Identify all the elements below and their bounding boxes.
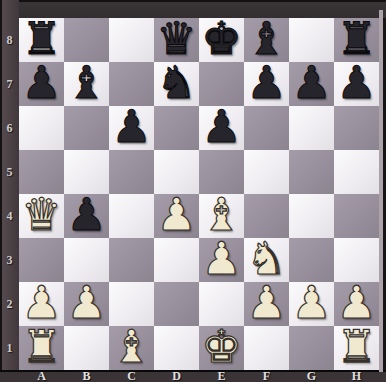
square-g5[interactable] <box>289 150 334 194</box>
black-knight[interactable]: ♞ <box>156 61 196 105</box>
rank-label-4: 4 <box>0 194 19 238</box>
rank-label-3: 3 <box>0 238 19 282</box>
file-label-d: D <box>154 371 199 382</box>
square-f7[interactable]: ♟ <box>244 62 289 106</box>
file-label-b: B <box>64 371 109 382</box>
square-g2[interactable]: ♟ <box>289 282 334 326</box>
board-frame-right-edge <box>379 10 383 372</box>
square-a4[interactable]: ♛ <box>19 194 64 238</box>
black-bishop[interactable]: ♝ <box>246 17 286 61</box>
square-b4[interactable]: ♟ <box>64 194 109 238</box>
square-b2[interactable]: ♟ <box>64 282 109 326</box>
square-h6[interactable] <box>334 106 379 150</box>
white-bishop[interactable]: ♝ <box>111 325 151 369</box>
square-e3[interactable]: ♟ <box>199 238 244 282</box>
rank-label-1: 1 <box>0 326 19 370</box>
square-d4[interactable]: ♟ <box>154 194 199 238</box>
white-rook[interactable]: ♜ <box>21 325 61 369</box>
black-pawn[interactable]: ♟ <box>336 61 376 105</box>
black-bishop[interactable]: ♝ <box>66 61 106 105</box>
black-pawn[interactable]: ♟ <box>291 61 331 105</box>
black-pawn[interactable]: ♟ <box>66 193 106 237</box>
square-g6[interactable] <box>289 106 334 150</box>
black-pawn[interactable]: ♟ <box>201 105 241 149</box>
square-a1[interactable]: ♜ <box>19 326 64 370</box>
square-e1[interactable]: ♚ <box>199 326 244 370</box>
file-label-a: A <box>19 371 64 382</box>
file-label-h: H <box>334 371 379 382</box>
square-h7[interactable]: ♟ <box>334 62 379 106</box>
black-pawn[interactable]: ♟ <box>21 61 61 105</box>
rank-label-6: 6 <box>0 106 19 150</box>
square-f5[interactable] <box>244 150 289 194</box>
square-g1[interactable] <box>289 326 334 370</box>
white-pawn[interactable]: ♟ <box>156 193 196 237</box>
file-label-e: E <box>199 371 244 382</box>
square-h4[interactable] <box>334 194 379 238</box>
rank-label-5: 5 <box>0 150 19 194</box>
rank-label-7: 7 <box>0 62 19 106</box>
black-queen[interactable]: ♛ <box>156 17 196 61</box>
square-h5[interactable] <box>334 150 379 194</box>
square-e6[interactable]: ♟ <box>199 106 244 150</box>
square-d1[interactable] <box>154 326 199 370</box>
square-a6[interactable] <box>19 106 64 150</box>
square-b1[interactable] <box>64 326 109 370</box>
square-c1[interactable]: ♝ <box>109 326 154 370</box>
file-label-c: C <box>109 371 154 382</box>
rank-labels: 87654321 <box>0 18 19 370</box>
white-pawn[interactable]: ♟ <box>66 281 106 325</box>
square-d2[interactable] <box>154 282 199 326</box>
square-d6[interactable] <box>154 106 199 150</box>
white-pawn[interactable]: ♟ <box>201 237 241 281</box>
black-rook[interactable]: ♜ <box>336 17 376 61</box>
white-pawn[interactable]: ♟ <box>336 281 376 325</box>
square-f2[interactable]: ♟ <box>244 282 289 326</box>
file-label-g: G <box>289 371 334 382</box>
square-b6[interactable] <box>64 106 109 150</box>
square-d7[interactable]: ♞ <box>154 62 199 106</box>
white-rook[interactable]: ♜ <box>336 325 376 369</box>
rank-label-2: 2 <box>0 282 19 326</box>
square-c3[interactable] <box>109 238 154 282</box>
black-pawn[interactable]: ♟ <box>246 61 286 105</box>
file-label-f: F <box>244 371 289 382</box>
square-c6[interactable]: ♟ <box>109 106 154 150</box>
square-c5[interactable] <box>109 150 154 194</box>
white-pawn[interactable]: ♟ <box>291 281 331 325</box>
white-bishop[interactable]: ♝ <box>201 193 241 237</box>
white-pawn[interactable]: ♟ <box>246 281 286 325</box>
chess-board-window: ♜♛♚♝♜♟♝♞♟♟♟♟♟♛♟♟♝♟♞♟♟♟♟♟♜♝♚♜ 87654321 AB… <box>0 0 386 382</box>
square-f1[interactable] <box>244 326 289 370</box>
square-c8[interactable] <box>109 18 154 62</box>
square-e8[interactable]: ♚ <box>199 18 244 62</box>
white-queen[interactable]: ♛ <box>21 193 61 237</box>
file-labels: ABCDEFGH <box>19 371 379 382</box>
square-d3[interactable] <box>154 238 199 282</box>
square-c4[interactable] <box>109 194 154 238</box>
square-g7[interactable]: ♟ <box>289 62 334 106</box>
square-g4[interactable] <box>289 194 334 238</box>
rank-label-8: 8 <box>0 18 19 62</box>
black-rook[interactable]: ♜ <box>21 17 61 61</box>
black-pawn[interactable]: ♟ <box>111 105 151 149</box>
square-h1[interactable]: ♜ <box>334 326 379 370</box>
black-king[interactable]: ♚ <box>201 17 241 61</box>
white-king[interactable]: ♚ <box>201 325 241 369</box>
square-f6[interactable] <box>244 106 289 150</box>
white-pawn[interactable]: ♟ <box>21 281 61 325</box>
chess-board[interactable]: ♜♛♚♝♜♟♝♞♟♟♟♟♟♛♟♟♝♟♞♟♟♟♟♟♜♝♚♜ <box>19 18 379 370</box>
square-b7[interactable]: ♝ <box>64 62 109 106</box>
white-knight[interactable]: ♞ <box>246 237 286 281</box>
square-a7[interactable]: ♟ <box>19 62 64 106</box>
